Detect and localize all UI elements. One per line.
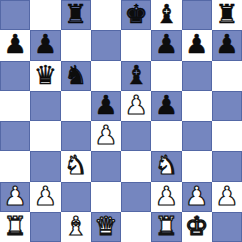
white-pawn[interactable]: ♟ — [94, 122, 117, 148]
square-e2[interactable] — [121, 182, 151, 212]
black-pawn[interactable]: ♟ — [185, 31, 208, 57]
square-c3[interactable]: ♞ — [61, 151, 91, 181]
square-c6[interactable]: ♞ — [61, 61, 91, 91]
square-d5[interactable]: ♟ — [91, 91, 121, 121]
square-b2[interactable]: ♟ — [30, 182, 60, 212]
black-pawn[interactable]: ♟ — [155, 92, 178, 118]
square-f4[interactable] — [151, 121, 181, 151]
square-a7[interactable]: ♟ — [0, 30, 30, 60]
square-e8[interactable]: ♚ — [121, 0, 151, 30]
white-pawn[interactable]: ♟ — [34, 183, 57, 209]
black-bishop[interactable]: ♝ — [124, 62, 147, 88]
square-d4[interactable]: ♟ — [91, 121, 121, 151]
square-h1[interactable] — [212, 212, 242, 242]
square-c8[interactable]: ♜ — [61, 0, 91, 30]
black-rook[interactable]: ♜ — [64, 1, 87, 27]
black-pawn[interactable]: ♟ — [94, 92, 117, 118]
square-h6[interactable] — [212, 61, 242, 91]
square-g3[interactable] — [182, 151, 212, 181]
white-bishop[interactable]: ♝ — [64, 213, 87, 239]
black-knight[interactable]: ♞ — [64, 62, 87, 88]
white-pawn[interactable]: ♟ — [185, 183, 208, 209]
white-pawn[interactable]: ♟ — [215, 183, 238, 209]
square-h7[interactable]: ♟ — [212, 30, 242, 60]
square-b1[interactable] — [30, 212, 60, 242]
square-h3[interactable] — [212, 151, 242, 181]
square-a5[interactable] — [0, 91, 30, 121]
white-knight[interactable]: ♞ — [64, 152, 87, 178]
square-c2[interactable] — [61, 182, 91, 212]
square-f2[interactable]: ♟ — [151, 182, 181, 212]
square-c1[interactable]: ♝ — [61, 212, 91, 242]
black-pawn[interactable]: ♟ — [3, 31, 26, 57]
chess-board: ♜♚♝♜♟♟♟♟♟♛♞♝♟♟♟♟♞♞♟♟♟♟♟♜♝♛♜♚ — [0, 0, 242, 242]
black-queen[interactable]: ♛ — [34, 62, 57, 88]
white-rook[interactable]: ♜ — [3, 213, 26, 239]
square-f5[interactable]: ♟ — [151, 91, 181, 121]
square-g8[interactable] — [182, 0, 212, 30]
square-h2[interactable]: ♟ — [212, 182, 242, 212]
square-c7[interactable] — [61, 30, 91, 60]
black-pawn[interactable]: ♟ — [34, 31, 57, 57]
black-pawn[interactable]: ♟ — [215, 31, 238, 57]
square-d1[interactable]: ♛ — [91, 212, 121, 242]
square-e6[interactable]: ♝ — [121, 61, 151, 91]
square-e1[interactable] — [121, 212, 151, 242]
square-g5[interactable] — [182, 91, 212, 121]
square-f6[interactable] — [151, 61, 181, 91]
square-h4[interactable] — [212, 121, 242, 151]
square-g2[interactable]: ♟ — [182, 182, 212, 212]
square-a3[interactable] — [0, 151, 30, 181]
square-g4[interactable] — [182, 121, 212, 151]
white-rook[interactable]: ♜ — [155, 213, 178, 239]
square-b7[interactable]: ♟ — [30, 30, 60, 60]
square-b6[interactable]: ♛ — [30, 61, 60, 91]
square-f7[interactable]: ♟ — [151, 30, 181, 60]
white-pawn[interactable]: ♟ — [3, 183, 26, 209]
black-rook[interactable]: ♜ — [215, 1, 238, 27]
square-a6[interactable] — [0, 61, 30, 91]
square-b8[interactable] — [30, 0, 60, 30]
square-d6[interactable] — [91, 61, 121, 91]
square-f8[interactable]: ♝ — [151, 0, 181, 30]
square-g7[interactable]: ♟ — [182, 30, 212, 60]
square-b3[interactable] — [30, 151, 60, 181]
white-king[interactable]: ♚ — [185, 213, 208, 239]
square-d8[interactable] — [91, 0, 121, 30]
square-e3[interactable] — [121, 151, 151, 181]
square-e7[interactable] — [121, 30, 151, 60]
square-a4[interactable] — [0, 121, 30, 151]
square-d2[interactable] — [91, 182, 121, 212]
square-b5[interactable] — [30, 91, 60, 121]
square-c4[interactable] — [61, 121, 91, 151]
square-c5[interactable] — [61, 91, 91, 121]
square-f3[interactable]: ♞ — [151, 151, 181, 181]
square-h5[interactable] — [212, 91, 242, 121]
square-e4[interactable] — [121, 121, 151, 151]
square-a1[interactable]: ♜ — [0, 212, 30, 242]
square-g1[interactable]: ♚ — [182, 212, 212, 242]
black-bishop[interactable]: ♝ — [155, 1, 178, 27]
square-d7[interactable] — [91, 30, 121, 60]
square-h8[interactable]: ♜ — [212, 0, 242, 30]
square-b4[interactable] — [30, 121, 60, 151]
black-king[interactable]: ♚ — [124, 1, 147, 27]
square-a8[interactable] — [0, 0, 30, 30]
square-a2[interactable]: ♟ — [0, 182, 30, 212]
white-queen[interactable]: ♛ — [94, 213, 117, 239]
white-pawn[interactable]: ♟ — [124, 92, 147, 118]
square-f1[interactable]: ♜ — [151, 212, 181, 242]
white-knight[interactable]: ♞ — [155, 152, 178, 178]
white-pawn[interactable]: ♟ — [155, 183, 178, 209]
square-d3[interactable] — [91, 151, 121, 181]
square-e5[interactable]: ♟ — [121, 91, 151, 121]
square-g6[interactable] — [182, 61, 212, 91]
black-pawn[interactable]: ♟ — [155, 31, 178, 57]
